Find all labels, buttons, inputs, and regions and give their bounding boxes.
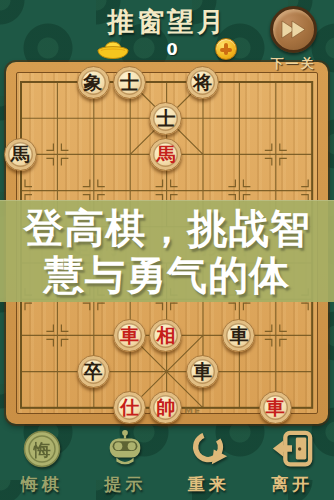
- coin-value: 0: [166, 40, 177, 59]
- door-exit-icon: [271, 428, 313, 470]
- hint-button[interactable]: 提示: [84, 426, 168, 496]
- piece-black[interactable]: 象: [77, 66, 110, 99]
- restart-label: 重来: [188, 473, 230, 496]
- piece-red[interactable]: 車: [259, 391, 292, 424]
- piece-black[interactable]: 卒: [77, 355, 110, 388]
- piece-red[interactable]: 車: [113, 319, 146, 352]
- piece-black[interactable]: 士: [149, 102, 182, 135]
- hint-label: 提示: [104, 473, 146, 496]
- fast-forward-icon: [278, 14, 309, 45]
- piece-black[interactable]: 車: [186, 355, 219, 388]
- banner-line-1: 登高棋，挑战智: [0, 205, 334, 252]
- restart-arrow-icon: [188, 428, 230, 470]
- piece-red[interactable]: 相: [149, 319, 182, 352]
- coin-counter: 0: [97, 38, 237, 60]
- piece-black[interactable]: 車: [222, 319, 255, 352]
- piece-black[interactable]: 士: [113, 66, 146, 99]
- piece-black[interactable]: 将: [186, 66, 219, 99]
- add-coins-button[interactable]: [215, 38, 237, 60]
- undo-piece-icon: 悔: [21, 428, 63, 470]
- banner-line-2: 慧与勇气的体: [0, 252, 334, 299]
- next-level-button[interactable]: [270, 6, 317, 53]
- restart-button[interactable]: 重来: [167, 426, 251, 496]
- leave-label: 离开: [271, 473, 313, 496]
- undo-label: 悔棋: [21, 473, 63, 496]
- svg-text:悔: 悔: [32, 440, 50, 460]
- leave-button[interactable]: 离开: [251, 426, 334, 496]
- next-level: 下一关: [258, 6, 328, 73]
- xiangqi-app: 推窗望月 0 下一关 楚河 漢界 ME 象士将士馬馬車相車卒車仕帥車: [0, 0, 334, 500]
- robot-icon: [104, 428, 146, 470]
- next-level-label: 下一关: [258, 55, 328, 73]
- gold-ingot-icon: [97, 38, 129, 60]
- undo-button[interactable]: 悔 悔棋: [0, 426, 84, 496]
- piece-red[interactable]: 帥: [149, 391, 182, 424]
- piece-red[interactable]: 馬: [149, 138, 182, 171]
- piece-red[interactable]: 仕: [113, 391, 146, 424]
- promo-banner: 登高棋，挑战智 慧与勇气的体: [0, 200, 334, 302]
- piece-black[interactable]: 馬: [4, 138, 37, 171]
- bottom-toolbar: 悔 悔棋 提示: [0, 426, 334, 500]
